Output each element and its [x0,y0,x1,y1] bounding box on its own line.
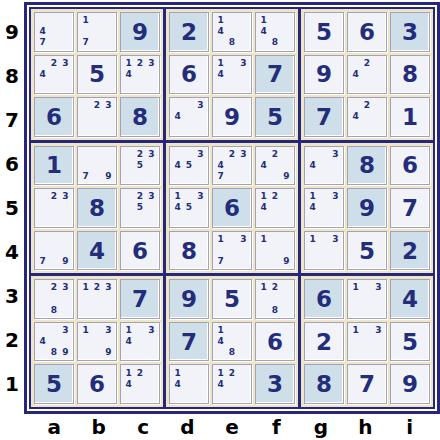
cell-f8[interactable]: 7 [255,55,295,95]
candidate-8 [226,390,237,401]
cell-g3[interactable]: 6 [304,279,344,319]
candidate-9 [103,122,114,133]
cell-c9[interactable]: 9 [120,12,160,52]
cell-c3[interactable]: 7 [120,279,160,319]
candidate-7 [172,214,183,225]
candidate-8 [318,214,329,225]
candidate-4 [37,294,48,305]
cell-g1[interactable]: 8 [304,364,344,404]
candidate-1 [37,15,48,26]
candidate-1: 1 [215,325,226,336]
candidate-6 [281,160,292,171]
cell-g9[interactable]: 5 [304,12,344,52]
candidate-8 [134,80,145,91]
cell-h4[interactable]: 5 [347,231,387,271]
cell-d3[interactable]: 9 [169,279,209,319]
cell-c7[interactable]: 8 [120,97,160,137]
candidate-7: 7 [215,256,226,267]
candidate-3: 3 [60,282,71,293]
candidate-9 [60,37,71,48]
candidate-6 [60,26,71,37]
cell-i5[interactable]: 7 [390,188,430,228]
candidate-8 [134,214,145,225]
candidate-4: 4 [215,379,226,390]
candidate-9 [195,390,206,401]
candidate-2 [91,325,102,336]
cell-h1[interactable]: 7 [347,364,387,404]
candidate-1: 1 [123,367,134,378]
candidate-1: 1 [258,234,269,245]
candidate-3 [281,15,292,26]
candidate-4: 4 [37,26,48,37]
cell-h8[interactable]: 24 [347,55,387,95]
candidate-5: 5 [183,160,194,171]
candidate-9 [281,305,292,316]
candidate-9 [60,80,71,91]
candidate-9 [330,214,341,225]
candidate-3: 3 [195,100,206,111]
cell-d6[interactable]: 345 [169,146,209,186]
candidate-5 [134,379,145,390]
candidate-5 [269,245,280,256]
cell-b4[interactable]: 4 [77,231,117,271]
candidate-3 [238,15,249,26]
cell-i2[interactable]: 5 [390,322,430,362]
candidate-4 [80,294,91,305]
candidate-7 [215,37,226,48]
row-labels: 987654321 [0,2,24,414]
candidate-4 [258,245,269,256]
candidate-1 [37,58,48,69]
candidate-2: 2 [226,367,237,378]
candidate-1: 1 [123,58,134,69]
candidate-3: 3 [330,234,341,245]
candidate-9 [195,122,206,133]
candidate-8 [361,347,372,358]
candidate-7: 7 [80,37,91,48]
candidate-2: 2 [361,100,372,111]
cell-e6[interactable]: 2347 [212,146,252,186]
candidate-9 [146,214,157,225]
cell-f5[interactable]: 124 [255,188,295,228]
candidate-9 [330,256,341,267]
candidate-6 [373,336,384,347]
candidate-5 [318,160,329,171]
candidate-5 [318,245,329,256]
cell-f4[interactable]: 19 [255,231,295,271]
candidate-3: 3 [238,234,249,245]
candidate-1: 1 [215,58,226,69]
cell-b6[interactable]: 79 [77,146,117,186]
cell-e9[interactable]: 148 [212,12,252,52]
cell-c6[interactable]: 235 [120,146,160,186]
cell-g2[interactable]: 2 [304,322,344,362]
cell-e2[interactable]: 148 [212,322,252,362]
box-1-0: 1792352382357946 [31,143,163,274]
candidate-3: 3 [373,325,384,336]
cell-a4[interactable]: 79 [34,231,74,271]
candidate-6 [60,69,71,80]
candidate-6 [238,245,249,256]
cell-b5[interactable]: 8 [77,188,117,228]
cell-h3[interactable]: 13 [347,279,387,319]
cell-d9[interactable]: 2 [169,12,209,52]
candidate-2: 2 [269,282,280,293]
box-2-2: 61342135879 [301,276,433,407]
candidate-1: 1 [80,325,91,336]
row-label-8: 8 [0,54,24,98]
cell-h9[interactable]: 6 [347,12,387,52]
cell-a7[interactable]: 6 [34,97,74,137]
candidate-5 [48,294,59,305]
candidate-7 [37,214,48,225]
candidate-5: 5 [134,160,145,171]
candidate-7 [215,80,226,91]
candidate-4 [80,26,91,37]
candidate-8 [48,37,59,48]
candidate-3 [238,325,249,336]
candidate-5: 5 [183,202,194,213]
cell-h5[interactable]: 9 [347,188,387,228]
candidate-5 [269,160,280,171]
candidate-9: 9 [103,171,114,182]
candidate-3: 3 [60,191,71,202]
candidate-7 [123,347,134,358]
candidate-5 [318,202,329,213]
cell-d1[interactable]: 14 [169,364,209,404]
cell-h7[interactable]: 24 [347,97,387,137]
cell-e8[interactable]: 134 [212,55,252,95]
candidate-7 [37,80,48,91]
row-label-3: 3 [0,274,24,318]
candidate-6 [238,160,249,171]
candidate-6 [60,202,71,213]
candidate-7 [37,347,48,358]
cell-c4[interactable]: 6 [120,231,160,271]
candidate-3 [195,367,206,378]
candidate-2 [91,15,102,26]
cell-f6[interactable]: 249 [255,146,295,186]
candidate-8: 8 [48,305,59,316]
candidate-1 [37,191,48,202]
candidate-2: 2 [134,367,145,378]
candidate-5 [91,160,102,171]
candidate-6 [195,202,206,213]
candidate-4 [80,160,91,171]
row-label-4: 4 [0,230,24,274]
candidate-5 [183,111,194,122]
candidate-4: 4 [215,26,226,37]
candidate-3: 3 [238,149,249,160]
candidate-9 [60,305,71,316]
cell-d5[interactable]: 1345 [169,188,209,228]
candidate-8 [269,256,280,267]
cell-g5[interactable]: 134 [304,188,344,228]
cell-a5[interactable]: 23 [34,188,74,228]
col-label-g: g [299,413,343,440]
candidate-6 [60,336,71,347]
candidate-4: 4 [350,69,361,80]
candidate-3: 3 [103,325,114,336]
col-label-e: e [210,413,254,440]
candidate-9 [195,214,206,225]
cell-f1[interactable]: 3 [255,364,295,404]
candidate-8 [183,214,194,225]
candidate-8 [91,347,102,358]
cell-a6[interactable]: 1 [34,146,74,186]
candidate-1 [350,58,361,69]
cell-b9[interactable]: 17 [77,12,117,52]
candidate-7 [123,171,134,182]
candidate-9 [146,390,157,401]
candidate-7 [350,305,361,316]
candidate-2: 2 [361,58,372,69]
candidate-4: 4 [172,202,183,213]
candidate-8 [48,80,59,91]
cell-c5[interactable]: 235 [120,188,160,228]
candidate-1: 1 [350,325,361,336]
candidate-9 [146,80,157,91]
candidate-5 [361,69,372,80]
candidate-1 [172,100,183,111]
cell-h2[interactable]: 13 [347,322,387,362]
candidate-3: 3 [60,325,71,336]
cell-d4[interactable]: 8 [169,231,209,271]
candidate-4: 4 [172,111,183,122]
candidate-4: 4 [307,160,318,171]
candidate-8 [226,80,237,91]
candidate-8 [134,171,145,182]
candidate-2: 2 [48,58,59,69]
candidate-8 [318,171,329,182]
candidate-8 [269,214,280,225]
candidate-4: 4 [123,336,134,347]
box-0-2: 56392487241 [301,9,433,140]
candidate-6 [60,294,71,305]
candidate-6 [146,379,157,390]
candidate-4 [123,160,134,171]
cell-g6[interactable]: 34 [304,146,344,186]
cell-e5[interactable]: 6 [212,188,252,228]
candidate-9 [373,122,384,133]
candidate-2 [269,15,280,26]
candidate-8 [226,256,237,267]
candidate-5 [91,336,102,347]
candidate-9 [146,171,157,182]
candidate-7: 7 [37,256,48,267]
candidate-3 [60,15,71,26]
cell-c8[interactable]: 1234 [120,55,160,95]
candidate-4 [80,336,91,347]
cell-b8[interactable]: 5 [77,55,117,95]
candidate-5 [226,336,237,347]
candidate-3 [281,234,292,245]
cell-a9[interactable]: 47 [34,12,74,52]
row-label-5: 5 [0,186,24,230]
candidate-7 [258,214,269,225]
candidate-6 [103,160,114,171]
candidate-7 [258,37,269,48]
candidate-1: 1 [215,367,226,378]
candidate-3: 3 [373,282,384,293]
cell-f3[interactable]: 128 [255,279,295,319]
candidate-2 [183,100,194,111]
candidate-3: 3 [60,58,71,69]
cell-e3[interactable]: 5 [212,279,252,319]
candidate-9: 9 [103,347,114,358]
candidate-8 [183,122,194,133]
candidate-8 [48,256,59,267]
candidate-5 [226,26,237,37]
candidate-7 [80,122,91,133]
candidate-1: 1 [258,15,269,26]
cell-a2[interactable]: 3489 [34,322,74,362]
cell-f2[interactable]: 6 [255,322,295,362]
candidate-2 [183,367,194,378]
candidate-6 [195,160,206,171]
candidate-7 [37,305,48,316]
candidate-6 [281,202,292,213]
candidate-5 [48,336,59,347]
cell-g4[interactable]: 13 [304,231,344,271]
candidate-8 [183,171,194,182]
candidate-9 [373,347,384,358]
candidate-8 [361,80,372,91]
candidate-5 [361,111,372,122]
candidate-5 [226,379,237,390]
candidate-2 [269,234,280,245]
candidate-4 [123,202,134,213]
candidate-5 [91,294,102,305]
candidate-8 [134,347,145,358]
cell-c1[interactable]: 124 [120,364,160,404]
candidate-5 [269,294,280,305]
cell-i9[interactable]: 3 [390,12,430,52]
cell-d7[interactable]: 34 [169,97,209,137]
col-label-a: a [32,413,76,440]
candidate-6 [103,294,114,305]
candidate-6 [373,69,384,80]
candidate-8: 8 [269,37,280,48]
candidate-7 [258,305,269,316]
candidate-7: 7 [37,37,48,48]
candidate-5 [226,245,237,256]
cell-b7[interactable]: 23 [77,97,117,137]
candidate-3: 3 [103,282,114,293]
cell-i6[interactable]: 6 [390,146,430,186]
candidate-6 [238,69,249,80]
candidate-4 [350,336,361,347]
candidate-9 [238,347,249,358]
candidate-7: 7 [215,171,226,182]
candidate-1: 1 [123,325,134,336]
cell-d8[interactable]: 6 [169,55,209,95]
cell-i8[interactable]: 8 [390,55,430,95]
candidate-9 [103,305,114,316]
candidate-1: 1 [258,191,269,202]
cell-d2[interactable]: 7 [169,322,209,362]
candidate-6 [238,26,249,37]
candidate-4 [350,294,361,305]
cell-g7[interactable]: 7 [304,97,344,137]
candidate-3 [146,367,157,378]
cell-e1[interactable]: 124 [212,364,252,404]
cell-b2[interactable]: 139 [77,322,117,362]
cell-a3[interactable]: 238 [34,279,74,319]
box-0-1: 2148148613473495 [166,9,298,140]
cell-b1[interactable]: 6 [77,364,117,404]
candidate-3: 3 [146,58,157,69]
candidate-9 [60,214,71,225]
candidate-3: 3 [195,149,206,160]
candidate-1 [258,149,269,160]
candidate-8 [91,305,102,316]
cell-e4[interactable]: 137 [212,231,252,271]
candidate-5 [48,245,59,256]
cell-c2[interactable]: 134 [120,322,160,362]
candidate-4 [37,202,48,213]
row-label-6: 6 [0,142,24,186]
candidate-6 [373,294,384,305]
candidate-4: 4 [123,69,134,80]
candidate-6 [146,69,157,80]
cell-i4[interactable]: 2 [390,231,430,271]
candidate-2: 2 [269,149,280,160]
cell-f9[interactable]: 148 [255,12,295,52]
cell-f7[interactable]: 5 [255,97,295,137]
cell-b3[interactable]: 123 [77,279,117,319]
cell-a1[interactable]: 5 [34,364,74,404]
candidate-3 [103,15,114,26]
row-label-7: 7 [0,98,24,142]
candidate-2: 2 [91,282,102,293]
candidate-7 [80,305,91,316]
cell-h6[interactable]: 8 [347,146,387,186]
box-1-1: 345234724913456124813719 [166,143,298,274]
cell-e7[interactable]: 9 [212,97,252,137]
candidate-5 [183,379,194,390]
candidate-3 [281,282,292,293]
candidate-5 [269,202,280,213]
candidate-6 [103,26,114,37]
candidate-8: 8 [48,347,59,358]
candidate-1 [37,234,48,245]
cell-g8[interactable]: 9 [304,55,344,95]
row-label-2: 2 [0,318,24,362]
cell-i1[interactable]: 9 [390,364,430,404]
box-2-0: 2381237348913913456124 [31,276,163,407]
candidate-9 [238,171,249,182]
candidate-6 [195,379,206,390]
candidate-1 [350,100,361,111]
candidate-4: 4 [215,160,226,171]
cell-i3[interactable]: 4 [390,279,430,319]
candidate-9 [103,37,114,48]
candidate-1: 1 [307,191,318,202]
candidate-6 [330,160,341,171]
candidate-2 [226,15,237,26]
candidate-7 [258,256,269,267]
box-2-1: 9512871486141243 [166,276,298,407]
candidate-3: 3 [146,325,157,336]
cell-a8[interactable]: 234 [34,55,74,95]
candidate-3 [281,191,292,202]
candidate-3: 3 [330,191,341,202]
candidate-4: 4 [172,160,183,171]
cell-i7[interactable]: 1 [390,97,430,137]
candidate-7 [123,80,134,91]
candidate-1: 1 [80,15,91,26]
